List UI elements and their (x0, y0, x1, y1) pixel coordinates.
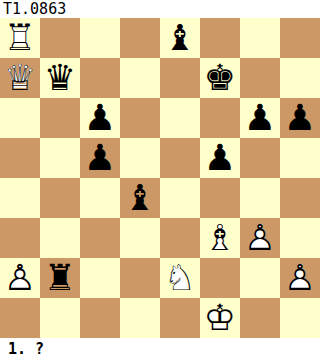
square-b4[interactable] (40, 178, 80, 218)
square-e5[interactable] (160, 138, 200, 178)
black-pawn: ♟ (200, 138, 240, 178)
square-a6[interactable] (0, 98, 40, 138)
square-d3[interactable] (120, 218, 160, 258)
piece-outline-layer: ♙ (240, 218, 280, 258)
square-h8[interactable] (280, 18, 320, 58)
square-d2[interactable] (120, 258, 160, 298)
square-g2[interactable] (240, 258, 280, 298)
black-pawn: ♟ (240, 98, 280, 138)
square-d5[interactable] (120, 138, 160, 178)
piece-outline-layer: ♘ (160, 258, 200, 298)
black-queen: ♛ (40, 58, 80, 98)
square-a3[interactable] (0, 218, 40, 258)
square-b3[interactable] (40, 218, 80, 258)
square-c5[interactable]: ♟ (80, 138, 120, 178)
square-g7[interactable] (240, 58, 280, 98)
square-h7[interactable] (280, 58, 320, 98)
square-b8[interactable] (40, 18, 80, 58)
square-d8[interactable] (120, 18, 160, 58)
square-g4[interactable] (240, 178, 280, 218)
square-g6[interactable]: ♟ (240, 98, 280, 138)
white-pawn: ♟♙ (0, 258, 40, 298)
square-b5[interactable] (40, 138, 80, 178)
square-c8[interactable] (80, 18, 120, 58)
square-e2[interactable]: ♞♘ (160, 258, 200, 298)
white-queen: ♛♕ (0, 58, 40, 98)
black-pawn: ♟ (80, 138, 120, 178)
piece-outline-layer: ♗ (200, 218, 240, 258)
square-c1[interactable] (80, 298, 120, 338)
square-c2[interactable] (80, 258, 120, 298)
black-bishop: ♝ (160, 18, 200, 58)
piece-outline-layer: ♙ (0, 258, 40, 298)
square-e7[interactable] (160, 58, 200, 98)
piece-outline-layer: ♔ (200, 298, 240, 338)
square-f6[interactable] (200, 98, 240, 138)
black-king: ♚ (200, 58, 240, 98)
square-f4[interactable] (200, 178, 240, 218)
square-e4[interactable] (160, 178, 200, 218)
square-c4[interactable] (80, 178, 120, 218)
puzzle-title: T1.0863 (0, 0, 320, 18)
square-a8[interactable]: ♜♖ (0, 18, 40, 58)
square-b7[interactable]: ♛ (40, 58, 80, 98)
square-d4[interactable]: ♝ (120, 178, 160, 218)
square-b2[interactable]: ♜ (40, 258, 80, 298)
piece-outline-layer: ♙ (280, 258, 320, 298)
white-bishop: ♝♗ (200, 218, 240, 258)
white-pawn: ♟♙ (240, 218, 280, 258)
square-f2[interactable] (200, 258, 240, 298)
square-c3[interactable] (80, 218, 120, 258)
square-d6[interactable] (120, 98, 160, 138)
square-b6[interactable] (40, 98, 80, 138)
square-e8[interactable]: ♝ (160, 18, 200, 58)
black-pawn: ♟ (80, 98, 120, 138)
move-prompt: 1. ? (0, 338, 320, 360)
square-f1[interactable]: ♚♔ (200, 298, 240, 338)
square-c6[interactable]: ♟ (80, 98, 120, 138)
black-pawn: ♟ (280, 98, 320, 138)
square-e6[interactable] (160, 98, 200, 138)
white-knight: ♞♘ (160, 258, 200, 298)
square-d1[interactable] (120, 298, 160, 338)
chess-board: ♜♖♝♛♕♛♚♟♟♟♟♟♝♝♗♟♙♟♙♜♞♘♟♙♚♔ (0, 18, 320, 338)
square-b1[interactable] (40, 298, 80, 338)
square-a2[interactable]: ♟♙ (0, 258, 40, 298)
white-king: ♚♔ (200, 298, 240, 338)
square-d7[interactable] (120, 58, 160, 98)
square-h1[interactable] (280, 298, 320, 338)
square-f5[interactable]: ♟ (200, 138, 240, 178)
square-a7[interactable]: ♛♕ (0, 58, 40, 98)
white-pawn: ♟♙ (280, 258, 320, 298)
square-a5[interactable] (0, 138, 40, 178)
piece-outline-layer: ♖ (0, 18, 40, 58)
square-g1[interactable] (240, 298, 280, 338)
square-f8[interactable] (200, 18, 240, 58)
black-bishop: ♝ (120, 178, 160, 218)
square-f7[interactable]: ♚ (200, 58, 240, 98)
piece-outline-layer: ♕ (0, 58, 40, 98)
square-h3[interactable] (280, 218, 320, 258)
square-h4[interactable] (280, 178, 320, 218)
square-f3[interactable]: ♝♗ (200, 218, 240, 258)
square-a4[interactable] (0, 178, 40, 218)
square-c7[interactable] (80, 58, 120, 98)
square-h5[interactable] (280, 138, 320, 178)
white-rook: ♜♖ (0, 18, 40, 58)
square-g5[interactable] (240, 138, 280, 178)
square-h2[interactable]: ♟♙ (280, 258, 320, 298)
square-g3[interactable]: ♟♙ (240, 218, 280, 258)
square-e1[interactable] (160, 298, 200, 338)
square-h6[interactable]: ♟ (280, 98, 320, 138)
square-e3[interactable] (160, 218, 200, 258)
square-a1[interactable] (0, 298, 40, 338)
black-rook: ♜ (40, 258, 80, 298)
square-g8[interactable] (240, 18, 280, 58)
